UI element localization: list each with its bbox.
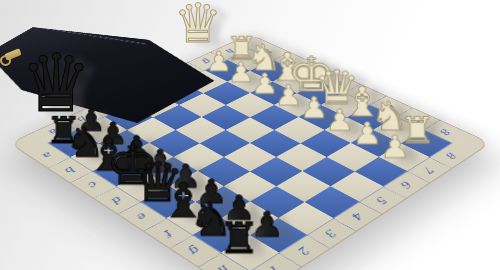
- extra-black-queen: ♛: [18, 44, 94, 124]
- rank-label: 2: [294, 244, 314, 256]
- rank-label: 5: [373, 194, 392, 205]
- black-rook-a8: ♜: [197, 218, 281, 261]
- rank-label: 4: [348, 210, 368, 221]
- square-a2: ♟: [378, 143, 429, 171]
- white-pawn-a2: ♟: [358, 132, 432, 163]
- square-c5: [250, 157, 302, 186]
- rank-label: 6: [397, 179, 416, 189]
- extra-white-queen: ♛: [170, 0, 226, 51]
- rank-label: 1: [265, 262, 286, 270]
- chess-set-product-photo: 12345678 abcdefgh hgfedcba 87654321 ♜♞♝♚…: [0, 0, 500, 270]
- square-c4: [276, 143, 327, 171]
- rank-label: 3: [322, 227, 342, 239]
- file-label: h: [214, 262, 234, 270]
- rank-label: 7: [420, 165, 439, 175]
- rank-label: 8: [443, 150, 461, 160]
